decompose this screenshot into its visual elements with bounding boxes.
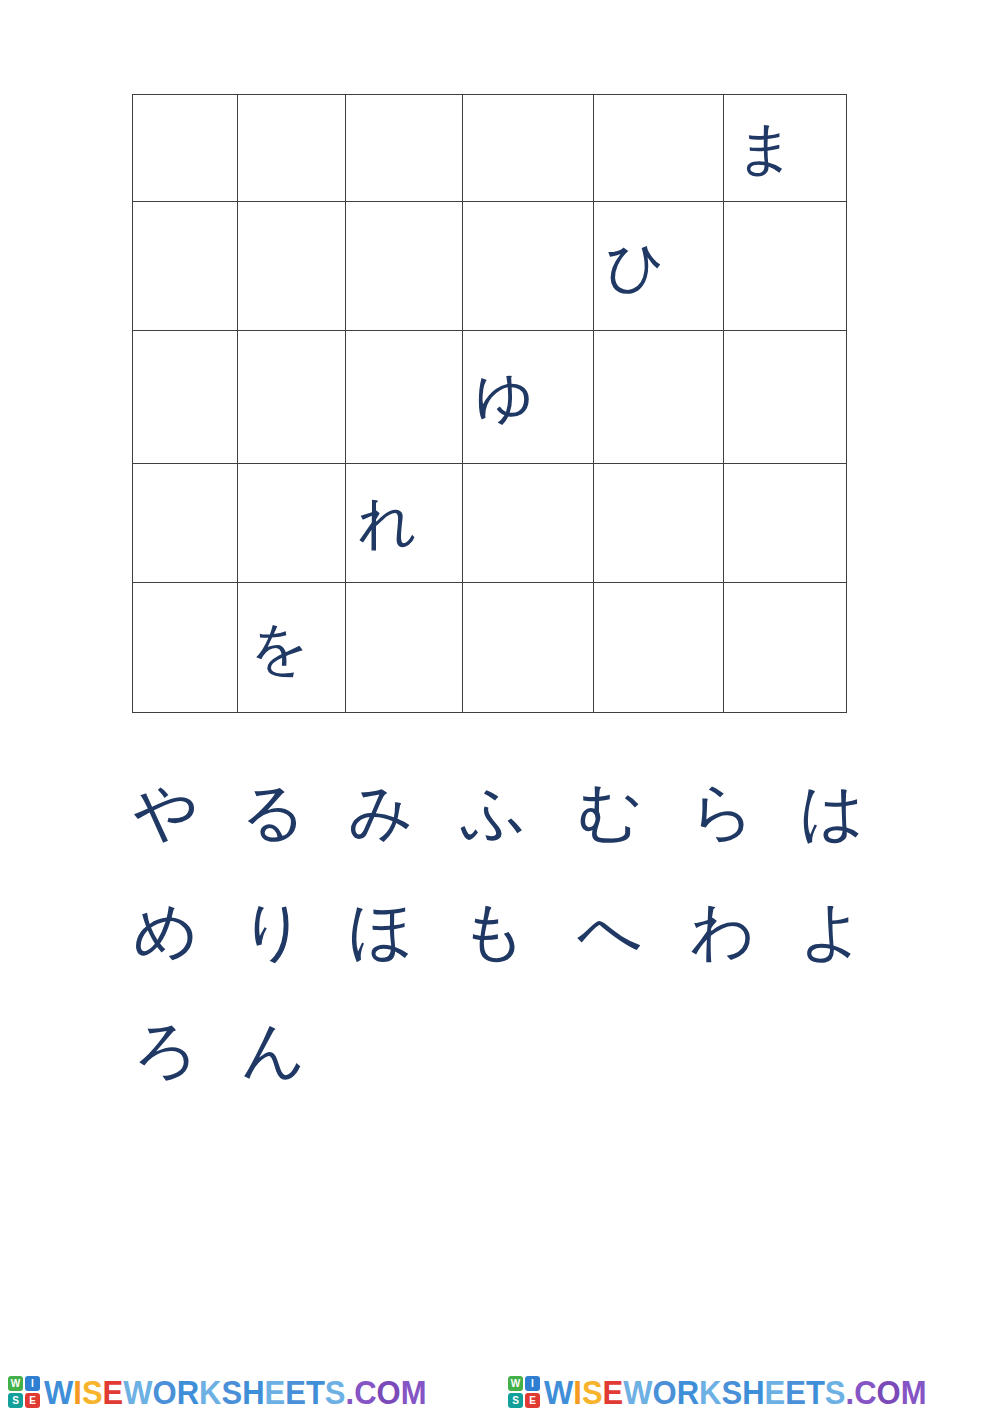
grid-cell-r2c6[interactable] bbox=[724, 202, 846, 331]
bank-hiragana: ら bbox=[690, 780, 756, 844]
grid-cell-r2c4[interactable] bbox=[463, 202, 594, 331]
bank-cell-r2c6: わ bbox=[668, 871, 777, 990]
bank-hiragana: る bbox=[241, 780, 307, 844]
grid-cell-r5c5[interactable] bbox=[594, 583, 724, 712]
bank-hiragana: め bbox=[133, 899, 199, 963]
bank-hiragana: も bbox=[461, 899, 527, 963]
grid-cell-r3c6[interactable] bbox=[724, 331, 846, 464]
bank-hiragana: り bbox=[241, 899, 307, 963]
bank-hiragana: み bbox=[348, 780, 414, 844]
bank-hiragana: は bbox=[799, 780, 865, 844]
grid-cell-r1c3[interactable] bbox=[346, 95, 463, 202]
bank-hiragana: ろ bbox=[133, 1018, 199, 1082]
given-hiragana: ひ bbox=[606, 237, 665, 295]
wiseworksheets-logo-icon: WISE bbox=[508, 1376, 540, 1408]
bank-cell-r2c4: も bbox=[435, 871, 552, 990]
bank-cell-r1c4: ふ bbox=[435, 753, 552, 871]
given-hiragana: を bbox=[250, 619, 309, 677]
logo-tile-e: E bbox=[525, 1393, 540, 1408]
grid-cell-r2c3[interactable] bbox=[346, 202, 463, 331]
grid-cell-r5c3[interactable] bbox=[346, 583, 463, 712]
grid-cell-r1c5[interactable] bbox=[594, 95, 724, 202]
wiseworksheets-logo-icon: WISE bbox=[8, 1376, 40, 1408]
grid-cell-r4c3: れ bbox=[346, 464, 463, 583]
given-hiragana: ま bbox=[736, 119, 795, 177]
bank-cell-r2c2: り bbox=[220, 871, 327, 990]
grid-cell-r5c1[interactable] bbox=[133, 583, 238, 712]
bank-hiragana: む bbox=[577, 780, 643, 844]
grid-cell-r5c2: を bbox=[238, 583, 346, 712]
grid-cell-r3c5[interactable] bbox=[594, 331, 724, 464]
grid-cell-r5c6[interactable] bbox=[724, 583, 846, 712]
grid-cell-r4c2[interactable] bbox=[238, 464, 346, 583]
bank-cell-r2c7: よ bbox=[777, 871, 887, 990]
grid-cell-r4c5[interactable] bbox=[594, 464, 724, 583]
bank-hiragana: わ bbox=[690, 899, 756, 963]
grid-cell-r5c4[interactable] bbox=[463, 583, 594, 712]
watermark-text: WISEWORKSHEETS.COM bbox=[44, 1377, 426, 1408]
grid-cell-r4c1[interactable] bbox=[133, 464, 238, 583]
watermark-text: WISEWORKSHEETS.COM bbox=[544, 1377, 926, 1408]
grid-cell-r2c5: ひ bbox=[594, 202, 724, 331]
bank-hiragana: よ bbox=[799, 899, 865, 963]
bank-cell-r1c2: る bbox=[220, 753, 327, 871]
bank-cell-r2c3: ほ bbox=[327, 871, 435, 990]
logo-tile-w: W bbox=[8, 1376, 23, 1391]
grid-cell-r3c3[interactable] bbox=[346, 331, 463, 464]
bank-hiragana: へ bbox=[577, 899, 643, 963]
watermark: WISEWISEWORKSHEETS.COM bbox=[500, 1376, 1000, 1408]
grid-cell-r1c6: ま bbox=[724, 95, 846, 202]
bank-cell-r1c3: み bbox=[327, 753, 435, 871]
bank-cell-r3c3 bbox=[327, 990, 435, 1109]
bank-cell-r3c4 bbox=[435, 990, 552, 1109]
bank-cell-r3c2: ん bbox=[220, 990, 327, 1109]
bank-cell-r3c1: ろ bbox=[112, 990, 220, 1109]
bank-cell-r3c7 bbox=[777, 990, 887, 1109]
bank-cell-r1c6: ら bbox=[668, 753, 777, 871]
grid-cell-r1c2[interactable] bbox=[238, 95, 346, 202]
bank-cell-r1c5: む bbox=[552, 753, 668, 871]
bank-hiragana: や bbox=[133, 780, 199, 844]
logo-tile-w: W bbox=[508, 1376, 523, 1391]
grid-cell-r2c1[interactable] bbox=[133, 202, 238, 331]
logo-tile-s: S bbox=[8, 1393, 23, 1408]
given-hiragana: れ bbox=[358, 494, 417, 552]
grid-cell-r3c1[interactable] bbox=[133, 331, 238, 464]
given-hiragana: ゆ bbox=[475, 368, 534, 426]
grid-cell-r1c4[interactable] bbox=[463, 95, 594, 202]
grid-cell-r3c4: ゆ bbox=[463, 331, 594, 464]
logo-tile-s: S bbox=[508, 1393, 523, 1408]
logo-tile-i: I bbox=[25, 1376, 40, 1391]
bank-cell-r1c7: は bbox=[777, 753, 887, 871]
bank-hiragana: ふ bbox=[461, 780, 527, 844]
grid-cell-r4c4[interactable] bbox=[463, 464, 594, 583]
logo-tile-i: I bbox=[525, 1376, 540, 1391]
letter-bank: やるみふむらはめりほもへわよろん bbox=[112, 753, 887, 1109]
watermark: WISEWISEWORKSHEETS.COM bbox=[0, 1376, 500, 1408]
bank-cell-r2c1: め bbox=[112, 871, 220, 990]
watermark-footer: WISEWISEWORKSHEETS.COM WISEWISEWORKSHEET… bbox=[0, 1371, 1000, 1413]
bank-cell-r1c1: や bbox=[112, 753, 220, 871]
grid-cell-r4c6[interactable] bbox=[724, 464, 846, 583]
bank-hiragana: ん bbox=[241, 1018, 307, 1082]
bank-cell-r3c6 bbox=[668, 990, 777, 1109]
logo-tile-e: E bbox=[25, 1393, 40, 1408]
puzzle-grid: まひゆれを bbox=[132, 94, 847, 713]
grid-cell-r2c2[interactable] bbox=[238, 202, 346, 331]
bank-cell-r2c5: へ bbox=[552, 871, 668, 990]
bank-hiragana: ほ bbox=[348, 899, 414, 963]
grid-cell-r1c1[interactable] bbox=[133, 95, 238, 202]
bank-cell-r3c5 bbox=[552, 990, 668, 1109]
grid-cell-r3c2[interactable] bbox=[238, 331, 346, 464]
